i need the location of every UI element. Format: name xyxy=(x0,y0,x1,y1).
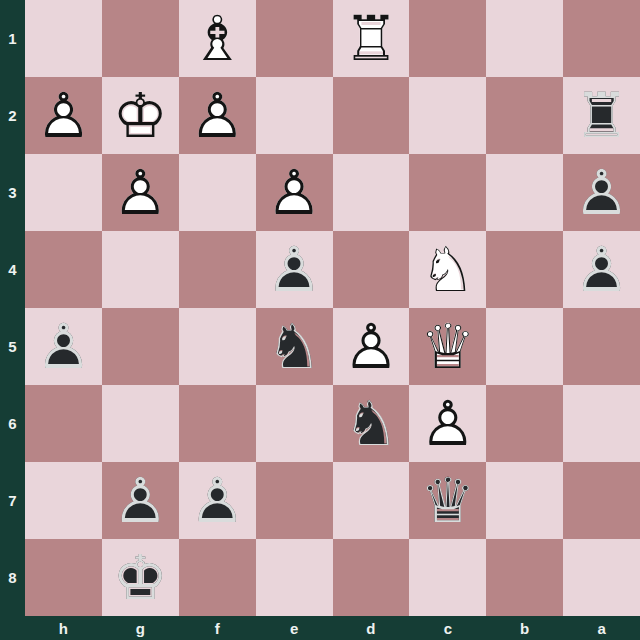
square-a4[interactable]: ♟♙ xyxy=(563,231,640,308)
square-d8[interactable] xyxy=(333,539,410,616)
piece-line: ♙ xyxy=(574,239,630,301)
piece-line: ♕ xyxy=(420,316,476,378)
square-e1[interactable] xyxy=(256,0,333,77)
square-b7[interactable] xyxy=(486,462,563,539)
square-d2[interactable] xyxy=(333,77,410,154)
piece-black-pawn[interactable]: ♟♙ xyxy=(179,462,256,539)
square-c5[interactable]: ♛♕ xyxy=(409,308,486,385)
square-g7[interactable]: ♟♙ xyxy=(102,462,179,539)
piece-line: ♙ xyxy=(574,162,630,224)
file-label-a: a xyxy=(563,616,640,640)
square-c3[interactable] xyxy=(409,154,486,231)
piece-black-king[interactable]: ♚♔ xyxy=(102,539,179,616)
square-g5[interactable] xyxy=(102,308,179,385)
square-h5[interactable]: ♟♙ xyxy=(25,308,102,385)
piece-line: ♙ xyxy=(266,162,322,224)
piece-line: ♗ xyxy=(189,8,245,70)
square-d3[interactable] xyxy=(333,154,410,231)
file-label-d: d xyxy=(333,616,410,640)
square-f6[interactable] xyxy=(179,385,256,462)
square-d1[interactable]: ♜♖ xyxy=(333,0,410,77)
square-h7[interactable] xyxy=(25,462,102,539)
square-d4[interactable] xyxy=(333,231,410,308)
square-b2[interactable] xyxy=(486,77,563,154)
square-e6[interactable] xyxy=(256,385,333,462)
square-c7[interactable]: ♛♕ xyxy=(409,462,486,539)
piece-white-pawn[interactable]: ♟♙ xyxy=(333,308,410,385)
piece-line: ♙ xyxy=(266,239,322,301)
piece-line: ♖ xyxy=(343,8,399,70)
rank-label-5: 5 xyxy=(0,308,25,385)
square-c2[interactable] xyxy=(409,77,486,154)
piece-white-knight[interactable]: ♞♘ xyxy=(409,231,486,308)
file-label-f: f xyxy=(179,616,256,640)
square-a8[interactable] xyxy=(563,539,640,616)
rank-label-8: 8 xyxy=(0,539,25,616)
square-f3[interactable] xyxy=(179,154,256,231)
rank-label-4: 4 xyxy=(0,231,25,308)
piece-line: ♙ xyxy=(36,316,92,378)
piece-line: ♙ xyxy=(189,470,245,532)
square-g4[interactable] xyxy=(102,231,179,308)
square-b8[interactable] xyxy=(486,539,563,616)
square-e5[interactable]: ♞♘ xyxy=(256,308,333,385)
piece-line: ♕ xyxy=(420,470,476,532)
piece-white-pawn[interactable]: ♟♙ xyxy=(179,77,256,154)
rank-labels: 12345678 xyxy=(0,0,25,616)
piece-white-pawn[interactable]: ♟♙ xyxy=(409,385,486,462)
square-a1[interactable] xyxy=(563,0,640,77)
square-c6[interactable]: ♟♙ xyxy=(409,385,486,462)
square-b4[interactable] xyxy=(486,231,563,308)
square-a6[interactable] xyxy=(563,385,640,462)
rank-label-2: 2 xyxy=(0,77,25,154)
square-e7[interactable] xyxy=(256,462,333,539)
square-d5[interactable]: ♟♙ xyxy=(333,308,410,385)
square-c4[interactable]: ♞♘ xyxy=(409,231,486,308)
square-h3[interactable] xyxy=(25,154,102,231)
rank-label-3: 3 xyxy=(0,154,25,231)
piece-line: ♖ xyxy=(574,85,630,147)
piece-white-rook[interactable]: ♜♖ xyxy=(333,0,410,77)
square-h4[interactable] xyxy=(25,231,102,308)
piece-line: ♔ xyxy=(113,547,169,609)
piece-black-queen[interactable]: ♛♕ xyxy=(409,462,486,539)
piece-line: ♘ xyxy=(266,316,322,378)
piece-line: ♘ xyxy=(343,393,399,455)
square-e3[interactable]: ♟♙ xyxy=(256,154,333,231)
square-d6[interactable]: ♞♘ xyxy=(333,385,410,462)
square-d7[interactable] xyxy=(333,462,410,539)
piece-line: ♘ xyxy=(420,239,476,301)
file-labels: hgfedcba xyxy=(25,616,640,640)
square-g8[interactable]: ♚♔ xyxy=(102,539,179,616)
piece-black-knight[interactable]: ♞♘ xyxy=(333,385,410,462)
square-g1[interactable] xyxy=(102,0,179,77)
square-h1[interactable] xyxy=(25,0,102,77)
square-f8[interactable] xyxy=(179,539,256,616)
piece-line: ♔ xyxy=(113,85,169,147)
square-a3[interactable]: ♟♙ xyxy=(563,154,640,231)
square-c8[interactable] xyxy=(409,539,486,616)
square-b5[interactable] xyxy=(486,308,563,385)
square-a5[interactable] xyxy=(563,308,640,385)
piece-black-pawn[interactable]: ♟♙ xyxy=(563,154,640,231)
square-g3[interactable]: ♟♙ xyxy=(102,154,179,231)
chess-board[interactable]: ♝♗♜♖♟♙♚♔♟♙♜♖♟♙♟♙♟♙♟♙♞♘♟♙♟♙♞♘♟♙♛♕♞♘♟♙♟♙♟♙… xyxy=(25,0,640,616)
file-label-g: g xyxy=(102,616,179,640)
square-f4[interactable] xyxy=(179,231,256,308)
square-f5[interactable] xyxy=(179,308,256,385)
piece-white-pawn[interactable]: ♟♙ xyxy=(25,77,102,154)
square-f2[interactable]: ♟♙ xyxy=(179,77,256,154)
square-b1[interactable] xyxy=(486,0,563,77)
piece-black-rook[interactable]: ♜♖ xyxy=(563,77,640,154)
square-f7[interactable]: ♟♙ xyxy=(179,462,256,539)
square-g6[interactable] xyxy=(102,385,179,462)
square-h6[interactable] xyxy=(25,385,102,462)
piece-white-king[interactable]: ♚♔ xyxy=(102,77,179,154)
square-f1[interactable]: ♝♗ xyxy=(179,0,256,77)
square-c1[interactable] xyxy=(409,0,486,77)
square-e2[interactable] xyxy=(256,77,333,154)
piece-black-knight[interactable]: ♞♘ xyxy=(256,308,333,385)
rank-label-1: 1 xyxy=(0,0,25,77)
piece-line: ♙ xyxy=(420,393,476,455)
square-e8[interactable] xyxy=(256,539,333,616)
square-h8[interactable] xyxy=(25,539,102,616)
file-label-h: h xyxy=(25,616,102,640)
rank-label-7: 7 xyxy=(0,462,25,539)
piece-white-bishop[interactable]: ♝♗ xyxy=(179,0,256,77)
square-b6[interactable] xyxy=(486,385,563,462)
square-b3[interactable] xyxy=(486,154,563,231)
piece-line: ♙ xyxy=(343,316,399,378)
file-label-b: b xyxy=(486,616,563,640)
square-a7[interactable] xyxy=(563,462,640,539)
piece-line: ♙ xyxy=(189,85,245,147)
piece-black-pawn[interactable]: ♟♙ xyxy=(102,462,179,539)
piece-white-pawn[interactable]: ♟♙ xyxy=(256,154,333,231)
piece-white-queen[interactable]: ♛♕ xyxy=(409,308,486,385)
rank-label-6: 6 xyxy=(0,385,25,462)
piece-white-pawn[interactable]: ♟♙ xyxy=(102,154,179,231)
file-label-e: e xyxy=(256,616,333,640)
piece-line: ♙ xyxy=(113,162,169,224)
piece-black-pawn[interactable]: ♟♙ xyxy=(25,308,102,385)
square-a2[interactable]: ♜♖ xyxy=(563,77,640,154)
square-g2[interactable]: ♚♔ xyxy=(102,77,179,154)
square-e4[interactable]: ♟♙ xyxy=(256,231,333,308)
chess-diagram: 12345678 ♝♗♜♖♟♙♚♔♟♙♜♖♟♙♟♙♟♙♟♙♞♘♟♙♟♙♞♘♟♙♛… xyxy=(0,0,640,640)
piece-black-pawn[interactable]: ♟♙ xyxy=(563,231,640,308)
piece-black-pawn[interactable]: ♟♙ xyxy=(256,231,333,308)
square-h2[interactable]: ♟♙ xyxy=(25,77,102,154)
piece-line: ♙ xyxy=(113,470,169,532)
piece-line: ♙ xyxy=(36,85,92,147)
file-label-c: c xyxy=(409,616,486,640)
